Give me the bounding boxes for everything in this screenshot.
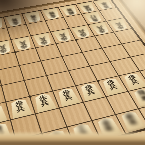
piece-kanji: 兵 — [19, 40, 27, 45]
piece-kanji: 将 — [53, 137, 64, 145]
piece-kanji: 車 — [140, 95, 145, 102]
piece-kanji: 兵 — [16, 105, 26, 112]
piece-kanji: 将 — [11, 18, 18, 22]
shogi-board: 香車桂馬銀将金将玉将金将銀将桂馬香車飛車角行歩兵歩兵歩兵歩兵歩兵歩兵歩兵歩兵歩兵… — [0, 0, 145, 145]
piece-kanji: 将 — [66, 8, 73, 12]
piece-kanji: 兵 — [86, 89, 96, 96]
piece-kanji: 兵 — [40, 100, 50, 107]
piece-kanji: 将 — [29, 14, 36, 18]
piece-kanji: 兵 — [63, 94, 73, 101]
shogi-board-photo: 香車桂馬銀将金将玉将金将銀将桂馬香車飛車角行歩兵歩兵歩兵歩兵歩兵歩兵歩兵歩兵歩兵… — [0, 0, 145, 145]
piece-kanji: 兵 — [39, 36, 47, 41]
piece-kanji: 行 — [89, 15, 97, 19]
piece-kanji: 馬 — [83, 5, 91, 9]
piece-kanji: 兵 — [108, 84, 118, 91]
piece-kanji: 将 — [79, 131, 90, 139]
piece-kanji: 将 — [48, 11, 55, 15]
piece-kanji: 車 — [100, 2, 108, 6]
piece-kanji: 兵 — [77, 29, 85, 34]
piece-kanji: 将 — [27, 144, 38, 145]
piece-kanji: 兵 — [114, 22, 122, 27]
piece-kanji: 兵 — [58, 33, 66, 38]
piece-kanji: 兵 — [96, 25, 104, 30]
piece-kanji: 行 — [0, 130, 5, 138]
piece-kanji: 将 — [128, 118, 139, 126]
piece-kanji: 兵 — [0, 44, 6, 49]
scene: 香車桂馬銀将金将玉将金将銀将桂馬香車飛車角行歩兵歩兵歩兵歩兵歩兵歩兵歩兵歩兵歩兵… — [0, 0, 145, 145]
piece-kanji: 兵 — [130, 79, 140, 85]
board-grid: 香車桂馬銀将金将玉将金将銀将桂馬香車飛車角行歩兵歩兵歩兵歩兵歩兵歩兵歩兵歩兵歩兵… — [0, 0, 145, 145]
piece-kanji: 将 — [104, 124, 115, 132]
